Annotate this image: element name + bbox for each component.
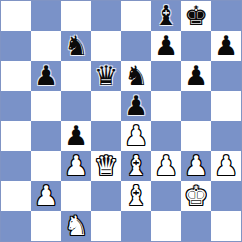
square-c3[interactable]: ♟ xyxy=(61,151,91,181)
square-e3[interactable]: ♝ xyxy=(121,151,151,181)
black-pawn[interactable]: ♟ xyxy=(34,62,58,89)
square-h7[interactable]: ♟ xyxy=(211,31,241,61)
black-pawn[interactable]: ♟ xyxy=(64,122,88,149)
black-queen[interactable]: ♛ xyxy=(94,62,118,89)
square-f3[interactable]: ♟ xyxy=(151,151,181,181)
square-h4[interactable] xyxy=(211,121,241,151)
square-b4[interactable] xyxy=(31,121,61,151)
square-b7[interactable] xyxy=(31,31,61,61)
black-pawn[interactable]: ♟ xyxy=(154,32,178,59)
square-e1[interactable] xyxy=(121,211,151,241)
square-c1[interactable]: ♞ xyxy=(61,211,91,241)
square-d3[interactable]: ♛ xyxy=(91,151,121,181)
square-g5[interactable] xyxy=(181,91,211,121)
square-e4[interactable]: ♟ xyxy=(121,121,151,151)
square-g8[interactable]: ♚ xyxy=(181,1,211,31)
square-h1[interactable] xyxy=(211,211,241,241)
white-pawn[interactable]: ♟ xyxy=(124,122,148,149)
square-a5[interactable] xyxy=(1,91,31,121)
square-c2[interactable] xyxy=(61,181,91,211)
square-h2[interactable] xyxy=(211,181,241,211)
black-bishop[interactable]: ♝ xyxy=(154,2,178,29)
square-g6[interactable]: ♟ xyxy=(181,61,211,91)
square-c7[interactable]: ♞ xyxy=(61,31,91,61)
square-f1[interactable] xyxy=(151,211,181,241)
square-c4[interactable]: ♟ xyxy=(61,121,91,151)
square-d8[interactable] xyxy=(91,1,121,31)
white-knight[interactable]: ♞ xyxy=(64,212,88,239)
white-king[interactable]: ♚ xyxy=(184,182,208,209)
square-h5[interactable] xyxy=(211,91,241,121)
black-knight[interactable]: ♞ xyxy=(64,32,88,59)
square-a4[interactable] xyxy=(1,121,31,151)
square-f5[interactable] xyxy=(151,91,181,121)
white-pawn[interactable]: ♟ xyxy=(34,182,58,209)
square-b5[interactable] xyxy=(31,91,61,121)
square-d2[interactable] xyxy=(91,181,121,211)
square-g1[interactable] xyxy=(181,211,211,241)
black-king[interactable]: ♚ xyxy=(184,2,208,29)
square-b1[interactable] xyxy=(31,211,61,241)
square-c6[interactable] xyxy=(61,61,91,91)
square-b3[interactable] xyxy=(31,151,61,181)
square-b8[interactable] xyxy=(31,1,61,31)
square-c5[interactable] xyxy=(61,91,91,121)
white-pawn[interactable]: ♟ xyxy=(64,152,88,179)
black-pawn[interactable]: ♟ xyxy=(124,92,148,119)
square-h3[interactable]: ♟ xyxy=(211,151,241,181)
square-f7[interactable]: ♟ xyxy=(151,31,181,61)
square-d4[interactable] xyxy=(91,121,121,151)
square-g7[interactable] xyxy=(181,31,211,61)
white-bishop[interactable]: ♝ xyxy=(124,152,148,179)
square-f4[interactable] xyxy=(151,121,181,151)
square-d5[interactable] xyxy=(91,91,121,121)
white-bishop[interactable]: ♝ xyxy=(124,182,148,209)
square-a8[interactable] xyxy=(1,1,31,31)
white-pawn[interactable]: ♟ xyxy=(184,152,208,179)
white-pawn[interactable]: ♟ xyxy=(154,152,178,179)
square-h6[interactable] xyxy=(211,61,241,91)
white-pawn[interactable]: ♟ xyxy=(214,152,238,179)
square-d1[interactable] xyxy=(91,211,121,241)
square-e8[interactable] xyxy=(121,1,151,31)
black-pawn[interactable]: ♟ xyxy=(214,32,238,59)
square-a1[interactable] xyxy=(1,211,31,241)
square-a6[interactable] xyxy=(1,61,31,91)
square-f8[interactable]: ♝ xyxy=(151,1,181,31)
square-b6[interactable]: ♟ xyxy=(31,61,61,91)
square-f6[interactable] xyxy=(151,61,181,91)
square-g2[interactable]: ♚ xyxy=(181,181,211,211)
square-e5[interactable]: ♟ xyxy=(121,91,151,121)
square-a7[interactable] xyxy=(1,31,31,61)
white-queen[interactable]: ♛ xyxy=(94,152,118,179)
square-g4[interactable] xyxy=(181,121,211,151)
square-d7[interactable] xyxy=(91,31,121,61)
square-e6[interactable]: ♞ xyxy=(121,61,151,91)
black-pawn[interactable]: ♟ xyxy=(184,62,208,89)
square-h8[interactable] xyxy=(211,1,241,31)
square-d6[interactable]: ♛ xyxy=(91,61,121,91)
square-g3[interactable]: ♟ xyxy=(181,151,211,181)
square-f2[interactable] xyxy=(151,181,181,211)
square-e2[interactable]: ♝ xyxy=(121,181,151,211)
chess-board: ♝♚♞♟♟♟♛♞♟♟♟♟♟♛♝♟♟♟♟♝♚♞ xyxy=(0,0,242,242)
square-b2[interactable]: ♟ xyxy=(31,181,61,211)
square-a2[interactable] xyxy=(1,181,31,211)
square-c8[interactable] xyxy=(61,1,91,31)
square-a3[interactable] xyxy=(1,151,31,181)
square-e7[interactable] xyxy=(121,31,151,61)
black-knight[interactable]: ♞ xyxy=(124,62,148,89)
